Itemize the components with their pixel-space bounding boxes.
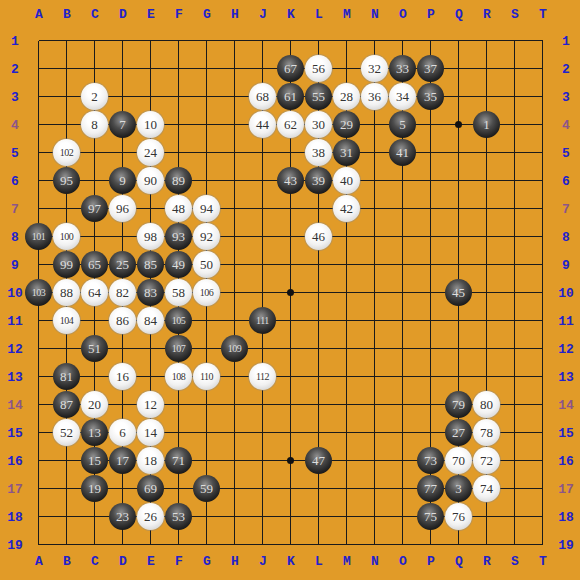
- col-label-top-J: J: [259, 8, 267, 21]
- stone-black-97-C7: 97: [81, 195, 108, 222]
- stone-black-19-C17: 19: [81, 475, 108, 502]
- col-label-bottom-C: C: [91, 555, 99, 568]
- move-number: 74: [480, 482, 493, 495]
- star-point-K10: [287, 289, 294, 296]
- move-number: 71: [172, 454, 185, 467]
- stone-black-93-F8: 93: [165, 223, 192, 250]
- col-label-top-N: N: [371, 8, 379, 21]
- col-label-bottom-T: T: [539, 555, 547, 568]
- stone-white-42-M7: 42: [333, 195, 360, 222]
- stone-white-100-B8: 100: [53, 223, 80, 250]
- move-number: 94: [200, 202, 213, 215]
- move-number: 106: [200, 288, 214, 298]
- move-number: 95: [60, 174, 73, 187]
- move-number: 103: [32, 288, 46, 298]
- stone-white-90-E6: 90: [137, 167, 164, 194]
- row-label-right-15: 15: [558, 427, 574, 440]
- stone-white-24-E5: 24: [137, 139, 164, 166]
- stone-white-20-C14: 20: [81, 391, 108, 418]
- stone-white-2-C3: 2: [81, 83, 108, 110]
- stone-white-98-E8: 98: [137, 223, 164, 250]
- move-number: 107: [172, 344, 186, 354]
- move-number: 44: [256, 118, 269, 131]
- stone-black-45-Q10: 45: [445, 279, 472, 306]
- row-label-right-11: 11: [558, 315, 574, 328]
- stone-white-72-R16: 72: [473, 447, 500, 474]
- stone-white-84-E11: 84: [137, 307, 164, 334]
- star-point-K16: [287, 457, 294, 464]
- row-label-right-10: 10: [558, 287, 574, 300]
- move-number: 92: [200, 230, 213, 243]
- stone-black-59-G17: 59: [193, 475, 220, 502]
- move-number: 28: [340, 90, 353, 103]
- row-label-right-6: 6: [562, 175, 570, 188]
- move-number: 61: [284, 90, 297, 103]
- stone-black-67-K2: 67: [277, 55, 304, 82]
- stone-white-80-R14: 80: [473, 391, 500, 418]
- move-number: 51: [88, 342, 101, 355]
- move-number: 58: [172, 286, 185, 299]
- move-number: 64: [88, 286, 101, 299]
- col-label-bottom-N: N: [371, 555, 379, 568]
- move-number: 86: [116, 314, 129, 327]
- stone-white-48-F7: 48: [165, 195, 192, 222]
- move-number: 101: [32, 232, 46, 242]
- row-label-left-9: 9: [11, 259, 19, 272]
- move-number: 10: [144, 118, 157, 131]
- col-label-top-Q: Q: [455, 8, 463, 21]
- move-number: 105: [172, 316, 186, 326]
- move-number: 6: [119, 426, 126, 439]
- stone-white-110-G13: 110: [193, 363, 220, 390]
- row-label-right-17: 17: [558, 483, 574, 496]
- move-number: 24: [144, 146, 157, 159]
- col-label-top-O: O: [399, 8, 407, 21]
- stone-white-106-G10: 106: [193, 279, 220, 306]
- stone-white-34-O3: 34: [389, 83, 416, 110]
- stone-white-68-J3: 68: [249, 83, 276, 110]
- move-number: 48: [172, 202, 185, 215]
- stone-black-79-Q14: 79: [445, 391, 472, 418]
- row-label-left-19: 19: [7, 539, 23, 552]
- stone-black-111-J11: 111: [249, 307, 276, 334]
- col-label-bottom-A: A: [35, 555, 43, 568]
- row-label-right-3: 3: [562, 91, 570, 104]
- col-label-bottom-J: J: [259, 555, 267, 568]
- star-point-Q4: [455, 121, 462, 128]
- stone-black-75-P18: 75: [417, 503, 444, 530]
- stone-white-94-G7: 94: [193, 195, 220, 222]
- stone-black-105-F11: 105: [165, 307, 192, 334]
- go-board[interactable]: AABBCCDDEEFFGGHHJJKKLLMMNNOOPPQQRRSSTT11…: [0, 0, 580, 580]
- stone-black-85-E9: 85: [137, 251, 164, 278]
- move-number: 40: [340, 174, 353, 187]
- col-label-top-K: K: [287, 8, 295, 21]
- col-label-top-B: B: [63, 8, 71, 21]
- row-label-right-5: 5: [562, 147, 570, 160]
- move-number: 31: [340, 146, 353, 159]
- stone-white-30-L4: 30: [305, 111, 332, 138]
- row-label-right-12: 12: [558, 343, 574, 356]
- stone-black-29-M4: 29: [333, 111, 360, 138]
- move-number: 1: [483, 118, 490, 131]
- row-label-right-2: 2: [562, 63, 570, 76]
- move-number: 9: [119, 174, 126, 187]
- move-number: 53: [172, 510, 185, 523]
- row-label-left-2: 2: [11, 63, 19, 76]
- stone-white-56-L2: 56: [305, 55, 332, 82]
- stone-white-14-E15: 14: [137, 419, 164, 446]
- move-number: 5: [399, 118, 406, 131]
- stone-white-16-D13: 16: [109, 363, 136, 390]
- move-number: 96: [116, 202, 129, 215]
- row-label-left-6: 6: [11, 175, 19, 188]
- row-label-left-17: 17: [7, 483, 23, 496]
- col-label-bottom-G: G: [203, 555, 211, 568]
- stone-white-112-J13: 112: [249, 363, 276, 390]
- move-number: 98: [144, 230, 157, 243]
- stone-black-65-C9: 65: [81, 251, 108, 278]
- stone-black-99-B9: 99: [53, 251, 80, 278]
- row-label-left-8: 8: [11, 231, 19, 244]
- stone-white-108-F13: 108: [165, 363, 192, 390]
- move-number: 77: [424, 482, 437, 495]
- move-number: 37: [424, 62, 437, 75]
- move-number: 104: [60, 316, 74, 326]
- stone-black-89-F6: 89: [165, 167, 192, 194]
- move-number: 52: [60, 426, 73, 439]
- move-number: 12: [144, 398, 157, 411]
- col-label-bottom-P: P: [427, 555, 435, 568]
- stone-white-44-J4: 44: [249, 111, 276, 138]
- stone-black-51-C12: 51: [81, 335, 108, 362]
- move-number: 15: [88, 454, 101, 467]
- move-number: 34: [396, 90, 409, 103]
- stone-white-36-N3: 36: [361, 83, 388, 110]
- stone-black-25-D9: 25: [109, 251, 136, 278]
- stone-black-55-L3: 55: [305, 83, 332, 110]
- stone-white-6-D15: 6: [109, 419, 136, 446]
- move-number: 110: [200, 372, 213, 382]
- stone-white-40-M6: 40: [333, 167, 360, 194]
- stone-white-62-K4: 62: [277, 111, 304, 138]
- col-label-bottom-F: F: [175, 555, 183, 568]
- stone-black-47-L16: 47: [305, 447, 332, 474]
- move-number: 97: [88, 202, 101, 215]
- move-number: 20: [88, 398, 101, 411]
- stone-black-107-F12: 107: [165, 335, 192, 362]
- move-number: 87: [60, 398, 73, 411]
- move-number: 55: [312, 90, 325, 103]
- stone-white-64-C10: 64: [81, 279, 108, 306]
- stone-black-33-O2: 33: [389, 55, 416, 82]
- col-label-top-E: E: [147, 8, 155, 21]
- stone-black-7-D4: 7: [109, 111, 136, 138]
- row-label-right-13: 13: [558, 371, 574, 384]
- stone-white-86-D11: 86: [109, 307, 136, 334]
- move-number: 26: [144, 510, 157, 523]
- stone-black-23-D18: 23: [109, 503, 136, 530]
- stone-white-74-R17: 74: [473, 475, 500, 502]
- move-number: 41: [396, 146, 409, 159]
- row-label-left-13: 13: [7, 371, 23, 384]
- move-number: 49: [172, 258, 185, 271]
- stone-white-82-D10: 82: [109, 279, 136, 306]
- stone-black-49-F9: 49: [165, 251, 192, 278]
- move-number: 88: [60, 286, 73, 299]
- col-label-bottom-Q: Q: [455, 555, 463, 568]
- col-label-bottom-R: R: [483, 555, 491, 568]
- col-label-top-H: H: [231, 8, 239, 21]
- move-number: 85: [144, 258, 157, 271]
- move-number: 75: [424, 510, 437, 523]
- move-number: 59: [200, 482, 213, 495]
- stone-black-81-B13: 81: [53, 363, 80, 390]
- row-label-left-12: 12: [7, 343, 23, 356]
- stone-black-27-Q15: 27: [445, 419, 472, 446]
- move-number: 108: [172, 372, 186, 382]
- col-label-bottom-E: E: [147, 555, 155, 568]
- row-label-right-14: 14: [558, 399, 574, 412]
- col-label-top-M: M: [343, 8, 351, 21]
- stone-black-53-F18: 53: [165, 503, 192, 530]
- row-label-left-10: 10: [7, 287, 23, 300]
- stone-black-61-K3: 61: [277, 83, 304, 110]
- move-number: 78: [480, 426, 493, 439]
- row-label-left-5: 5: [11, 147, 19, 160]
- move-number: 18: [144, 454, 157, 467]
- stone-white-26-E18: 26: [137, 503, 164, 530]
- row-label-left-16: 16: [7, 455, 23, 468]
- stone-white-58-F10: 58: [165, 279, 192, 306]
- stone-white-10-E4: 10: [137, 111, 164, 138]
- stone-white-38-L5: 38: [305, 139, 332, 166]
- stone-black-83-E10: 83: [137, 279, 164, 306]
- move-number: 7: [119, 118, 126, 131]
- col-label-bottom-S: S: [511, 555, 519, 568]
- stone-white-8-C4: 8: [81, 111, 108, 138]
- stone-white-92-G8: 92: [193, 223, 220, 250]
- move-number: 67: [284, 62, 297, 75]
- move-number: 69: [144, 482, 157, 495]
- col-label-top-G: G: [203, 8, 211, 21]
- move-number: 25: [116, 258, 129, 271]
- col-label-bottom-D: D: [119, 555, 127, 568]
- col-label-top-D: D: [119, 8, 127, 21]
- stone-black-77-P17: 77: [417, 475, 444, 502]
- stone-white-52-B15: 52: [53, 419, 80, 446]
- stone-black-87-B14: 87: [53, 391, 80, 418]
- col-label-top-S: S: [511, 8, 519, 21]
- move-number: 109: [228, 344, 242, 354]
- move-number: 62: [284, 118, 297, 131]
- move-number: 84: [144, 314, 157, 327]
- row-label-right-7: 7: [562, 203, 570, 216]
- col-label-top-T: T: [539, 8, 547, 21]
- move-number: 73: [424, 454, 437, 467]
- row-label-left-7: 7: [11, 203, 19, 216]
- stone-white-32-N2: 32: [361, 55, 388, 82]
- stone-black-71-F16: 71: [165, 447, 192, 474]
- move-number: 32: [368, 62, 381, 75]
- move-number: 65: [88, 258, 101, 271]
- move-number: 2: [91, 90, 98, 103]
- move-number: 38: [312, 146, 325, 159]
- stone-white-28-M3: 28: [333, 83, 360, 110]
- row-label-right-1: 1: [562, 35, 570, 48]
- stone-white-70-Q16: 70: [445, 447, 472, 474]
- move-number: 81: [60, 370, 73, 383]
- move-number: 93: [172, 230, 185, 243]
- move-number: 36: [368, 90, 381, 103]
- move-number: 23: [116, 510, 129, 523]
- stone-white-78-R15: 78: [473, 419, 500, 446]
- row-label-right-19: 19: [558, 539, 574, 552]
- stone-black-95-B6: 95: [53, 167, 80, 194]
- stone-white-102-B5: 102: [53, 139, 80, 166]
- col-label-bottom-O: O: [399, 555, 407, 568]
- move-number: 72: [480, 454, 493, 467]
- col-label-bottom-K: K: [287, 555, 295, 568]
- stone-black-43-K6: 43: [277, 167, 304, 194]
- move-number: 17: [116, 454, 129, 467]
- col-label-top-F: F: [175, 8, 183, 21]
- move-number: 39: [312, 174, 325, 187]
- move-number: 90: [144, 174, 157, 187]
- col-label-bottom-L: L: [315, 555, 323, 568]
- stone-black-103-A10: 103: [25, 279, 52, 306]
- stone-black-37-P2: 37: [417, 55, 444, 82]
- move-number: 8: [91, 118, 98, 131]
- move-number: 99: [60, 258, 73, 271]
- col-label-bottom-H: H: [231, 555, 239, 568]
- row-label-right-16: 16: [558, 455, 574, 468]
- row-label-right-8: 8: [562, 231, 570, 244]
- row-label-right-18: 18: [558, 511, 574, 524]
- move-number: 70: [452, 454, 465, 467]
- stone-black-17-D16: 17: [109, 447, 136, 474]
- col-label-bottom-M: M: [343, 555, 351, 568]
- stone-white-50-G9: 50: [193, 251, 220, 278]
- move-number: 27: [452, 426, 465, 439]
- move-number: 42: [340, 202, 353, 215]
- move-number: 102: [60, 148, 74, 158]
- move-number: 13: [88, 426, 101, 439]
- row-label-right-4: 4: [562, 119, 570, 132]
- move-number: 111: [256, 316, 269, 326]
- col-label-top-C: C: [91, 8, 99, 21]
- move-number: 3: [455, 482, 462, 495]
- row-label-left-4: 4: [11, 119, 19, 132]
- move-number: 50: [200, 258, 213, 271]
- move-number: 19: [88, 482, 101, 495]
- stone-white-46-L8: 46: [305, 223, 332, 250]
- row-label-left-3: 3: [11, 91, 19, 104]
- stone-white-12-E14: 12: [137, 391, 164, 418]
- move-number: 83: [144, 286, 157, 299]
- move-number: 82: [116, 286, 129, 299]
- stone-black-41-O5: 41: [389, 139, 416, 166]
- move-number: 30: [312, 118, 325, 131]
- row-label-left-11: 11: [7, 315, 23, 328]
- move-number: 33: [396, 62, 409, 75]
- move-number: 112: [256, 372, 269, 382]
- row-label-left-1: 1: [11, 35, 19, 48]
- row-label-right-9: 9: [562, 259, 570, 272]
- stone-white-104-B11: 104: [53, 307, 80, 334]
- move-number: 89: [172, 174, 185, 187]
- stone-black-13-C15: 13: [81, 419, 108, 446]
- stone-black-101-A8: 101: [25, 223, 52, 250]
- stone-black-3-Q17: 3: [445, 475, 472, 502]
- col-label-bottom-B: B: [63, 555, 71, 568]
- col-label-top-R: R: [483, 8, 491, 21]
- stone-black-15-C16: 15: [81, 447, 108, 474]
- move-number: 68: [256, 90, 269, 103]
- move-number: 14: [144, 426, 157, 439]
- stone-black-73-P16: 73: [417, 447, 444, 474]
- row-label-left-14: 14: [7, 399, 23, 412]
- move-number: 47: [312, 454, 325, 467]
- stone-black-109-H12: 109: [221, 335, 248, 362]
- row-label-left-18: 18: [7, 511, 23, 524]
- move-number: 43: [284, 174, 297, 187]
- move-number: 46: [312, 230, 325, 243]
- move-number: 29: [340, 118, 353, 131]
- stone-black-69-E17: 69: [137, 475, 164, 502]
- row-label-left-15: 15: [7, 427, 23, 440]
- move-number: 45: [452, 286, 465, 299]
- col-label-top-A: A: [35, 8, 43, 21]
- stone-white-88-B10: 88: [53, 279, 80, 306]
- move-number: 79: [452, 398, 465, 411]
- col-label-top-L: L: [315, 8, 323, 21]
- move-number: 80: [480, 398, 493, 411]
- move-number: 76: [452, 510, 465, 523]
- move-number: 100: [60, 232, 74, 242]
- col-label-top-P: P: [427, 8, 435, 21]
- stone-white-96-D7: 96: [109, 195, 136, 222]
- move-number: 56: [312, 62, 325, 75]
- move-number: 35: [424, 90, 437, 103]
- stone-white-18-E16: 18: [137, 447, 164, 474]
- stone-black-9-D6: 9: [109, 167, 136, 194]
- stone-black-39-L6: 39: [305, 167, 332, 194]
- move-number: 16: [116, 370, 129, 383]
- stone-white-76-Q18: 76: [445, 503, 472, 530]
- stone-black-31-M5: 31: [333, 139, 360, 166]
- stone-black-35-P3: 35: [417, 83, 444, 110]
- stone-black-5-O4: 5: [389, 111, 416, 138]
- stone-black-1-R4: 1: [473, 111, 500, 138]
